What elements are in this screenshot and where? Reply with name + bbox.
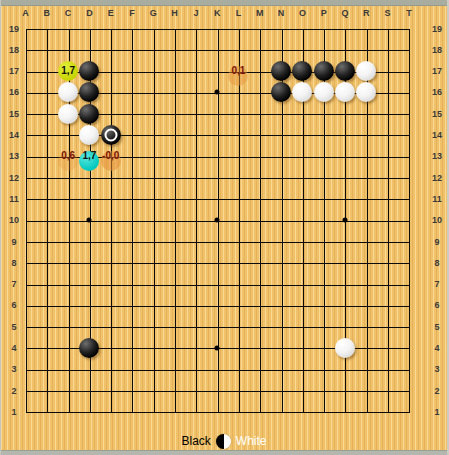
intersection-H2[interactable]: [164, 380, 185, 401]
intersection-D4[interactable]: [79, 337, 100, 358]
intersection-R10[interactable]: [356, 210, 377, 231]
intersection-R2[interactable]: [356, 380, 377, 401]
intersection-T5[interactable]: [398, 316, 419, 337]
intersection-G2[interactable]: [143, 380, 164, 401]
intersection-T1[interactable]: [398, 401, 419, 422]
intersection-Q6[interactable]: [334, 295, 355, 316]
intersection-J14[interactable]: [185, 124, 206, 145]
intersection-Q17[interactable]: [334, 60, 355, 81]
intersection-S16[interactable]: [377, 82, 398, 103]
intersection-L11[interactable]: [228, 188, 249, 209]
intersection-F7[interactable]: [121, 273, 142, 294]
intersection-O1[interactable]: [292, 401, 313, 422]
intersection-K7[interactable]: [207, 273, 228, 294]
intersection-D14[interactable]: [79, 124, 100, 145]
intersection-C11[interactable]: [57, 188, 78, 209]
intersection-P9[interactable]: [313, 231, 334, 252]
intersection-F3[interactable]: [121, 359, 142, 380]
intersection-B10[interactable]: [36, 210, 57, 231]
intersection-D17[interactable]: [79, 60, 100, 81]
intersection-N18[interactable]: [270, 39, 291, 60]
intersection-P6[interactable]: [313, 295, 334, 316]
intersection-T3[interactable]: [398, 359, 419, 380]
intersection-N2[interactable]: [270, 380, 291, 401]
intersection-N5[interactable]: [270, 316, 291, 337]
intersection-P19[interactable]: [313, 18, 334, 39]
intersection-H8[interactable]: [164, 252, 185, 273]
intersection-R8[interactable]: [356, 252, 377, 273]
intersection-R5[interactable]: [356, 316, 377, 337]
intersection-S4[interactable]: [377, 337, 398, 358]
intersection-M5[interactable]: [249, 316, 270, 337]
intersection-F13[interactable]: [121, 146, 142, 167]
intersection-J17[interactable]: [185, 60, 206, 81]
intersection-H12[interactable]: [164, 167, 185, 188]
intersection-L13[interactable]: [228, 146, 249, 167]
intersection-S9[interactable]: [377, 231, 398, 252]
intersection-R7[interactable]: [356, 273, 377, 294]
intersection-Q4[interactable]: [334, 337, 355, 358]
intersection-O3[interactable]: [292, 359, 313, 380]
intersection-C1[interactable]: [57, 401, 78, 422]
intersection-M16[interactable]: [249, 82, 270, 103]
intersection-G7[interactable]: [143, 273, 164, 294]
intersection-J10[interactable]: [185, 210, 206, 231]
intersection-S18[interactable]: [377, 39, 398, 60]
intersection-G8[interactable]: [143, 252, 164, 273]
intersection-S17[interactable]: [377, 60, 398, 81]
intersection-G11[interactable]: [143, 188, 164, 209]
intersection-E5[interactable]: [100, 316, 121, 337]
intersection-J2[interactable]: [185, 380, 206, 401]
intersection-Q12[interactable]: [334, 167, 355, 188]
intersection-O5[interactable]: [292, 316, 313, 337]
intersection-K4[interactable]: [207, 337, 228, 358]
intersection-B1[interactable]: [36, 401, 57, 422]
intersection-B3[interactable]: [36, 359, 57, 380]
intersection-N17[interactable]: [270, 60, 291, 81]
intersection-O15[interactable]: [292, 103, 313, 124]
intersection-R11[interactable]: [356, 188, 377, 209]
intersection-A6[interactable]: [15, 295, 36, 316]
intersection-C2[interactable]: [57, 380, 78, 401]
intersection-O10[interactable]: [292, 210, 313, 231]
intersection-T19[interactable]: [398, 18, 419, 39]
intersection-Q2[interactable]: [334, 380, 355, 401]
intersection-E19[interactable]: [100, 18, 121, 39]
intersection-O18[interactable]: [292, 39, 313, 60]
intersection-D6[interactable]: [79, 295, 100, 316]
intersection-Q14[interactable]: [334, 124, 355, 145]
intersection-O8[interactable]: [292, 252, 313, 273]
intersection-P17[interactable]: [313, 60, 334, 81]
intersection-T8[interactable]: [398, 252, 419, 273]
intersection-K1[interactable]: [207, 401, 228, 422]
intersection-T13[interactable]: [398, 146, 419, 167]
intersection-L3[interactable]: [228, 359, 249, 380]
intersection-M3[interactable]: [249, 359, 270, 380]
intersection-S5[interactable]: [377, 316, 398, 337]
intersection-G4[interactable]: [143, 337, 164, 358]
intersection-D18[interactable]: [79, 39, 100, 60]
intersection-P1[interactable]: [313, 401, 334, 422]
intersection-F2[interactable]: [121, 380, 142, 401]
intersection-F6[interactable]: [121, 295, 142, 316]
intersection-L12[interactable]: [228, 167, 249, 188]
intersection-B7[interactable]: [36, 273, 57, 294]
intersection-C14[interactable]: [57, 124, 78, 145]
intersection-R17[interactable]: [356, 60, 377, 81]
intersection-K12[interactable]: [207, 167, 228, 188]
intersection-K15[interactable]: [207, 103, 228, 124]
intersection-M9[interactable]: [249, 231, 270, 252]
intersection-J6[interactable]: [185, 295, 206, 316]
intersection-S14[interactable]: [377, 124, 398, 145]
intersection-A19[interactable]: [15, 18, 36, 39]
intersection-Q3[interactable]: [334, 359, 355, 380]
intersection-Q1[interactable]: [334, 401, 355, 422]
intersection-O16[interactable]: [292, 82, 313, 103]
intersection-S11[interactable]: [377, 188, 398, 209]
intersection-A4[interactable]: [15, 337, 36, 358]
intersection-E11[interactable]: [100, 188, 121, 209]
intersection-K19[interactable]: [207, 18, 228, 39]
intersection-E14[interactable]: [100, 124, 121, 145]
intersection-G17[interactable]: [143, 60, 164, 81]
intersection-G10[interactable]: [143, 210, 164, 231]
intersection-Q11[interactable]: [334, 188, 355, 209]
intersection-B19[interactable]: [36, 18, 57, 39]
intersection-K6[interactable]: [207, 295, 228, 316]
intersection-T9[interactable]: [398, 231, 419, 252]
intersection-C9[interactable]: [57, 231, 78, 252]
intersection-P5[interactable]: [313, 316, 334, 337]
intersection-C3[interactable]: [57, 359, 78, 380]
intersection-S10[interactable]: [377, 210, 398, 231]
intersection-L2[interactable]: [228, 380, 249, 401]
intersection-P14[interactable]: [313, 124, 334, 145]
intersection-M8[interactable]: [249, 252, 270, 273]
intersection-F19[interactable]: [121, 18, 142, 39]
intersection-O19[interactable]: [292, 18, 313, 39]
intersection-C17[interactable]: 1,7: [57, 60, 78, 81]
intersection-K8[interactable]: [207, 252, 228, 273]
intersection-M15[interactable]: [249, 103, 270, 124]
intersection-H5[interactable]: [164, 316, 185, 337]
intersection-D1[interactable]: [79, 401, 100, 422]
intersection-F8[interactable]: [121, 252, 142, 273]
intersection-Q9[interactable]: [334, 231, 355, 252]
intersection-N19[interactable]: [270, 18, 291, 39]
intersection-R13[interactable]: [356, 146, 377, 167]
intersection-K3[interactable]: [207, 359, 228, 380]
intersection-L1[interactable]: [228, 401, 249, 422]
intersection-K9[interactable]: [207, 231, 228, 252]
intersection-R19[interactable]: [356, 18, 377, 39]
intersection-E18[interactable]: [100, 39, 121, 60]
intersection-H14[interactable]: [164, 124, 185, 145]
intersection-A12[interactable]: [15, 167, 36, 188]
intersection-C7[interactable]: [57, 273, 78, 294]
intersection-S8[interactable]: [377, 252, 398, 273]
intersection-J19[interactable]: [185, 18, 206, 39]
intersection-A18[interactable]: [15, 39, 36, 60]
intersection-M11[interactable]: [249, 188, 270, 209]
intersection-J18[interactable]: [185, 39, 206, 60]
intersection-K13[interactable]: [207, 146, 228, 167]
intersection-N14[interactable]: [270, 124, 291, 145]
intersection-T7[interactable]: [398, 273, 419, 294]
intersection-K11[interactable]: [207, 188, 228, 209]
intersection-R4[interactable]: [356, 337, 377, 358]
intersection-Q8[interactable]: [334, 252, 355, 273]
intersection-O6[interactable]: [292, 295, 313, 316]
intersection-D7[interactable]: [79, 273, 100, 294]
intersection-A16[interactable]: [15, 82, 36, 103]
intersection-P16[interactable]: [313, 82, 334, 103]
intersection-B13[interactable]: [36, 146, 57, 167]
intersection-M19[interactable]: [249, 18, 270, 39]
intersection-J12[interactable]: [185, 167, 206, 188]
intersection-M12[interactable]: [249, 167, 270, 188]
intersection-T18[interactable]: [398, 39, 419, 60]
intersection-S12[interactable]: [377, 167, 398, 188]
intersection-Q19[interactable]: [334, 18, 355, 39]
intersection-D2[interactable]: [79, 380, 100, 401]
intersection-T17[interactable]: [398, 60, 419, 81]
intersection-B16[interactable]: [36, 82, 57, 103]
intersection-F1[interactable]: [121, 401, 142, 422]
intersection-L8[interactable]: [228, 252, 249, 273]
intersection-E15[interactable]: [100, 103, 121, 124]
intersection-F18[interactable]: [121, 39, 142, 60]
intersection-H15[interactable]: [164, 103, 185, 124]
intersection-M6[interactable]: [249, 295, 270, 316]
intersection-D5[interactable]: [79, 316, 100, 337]
intersection-R14[interactable]: [356, 124, 377, 145]
intersection-C5[interactable]: [57, 316, 78, 337]
intersection-B15[interactable]: [36, 103, 57, 124]
intersection-H18[interactable]: [164, 39, 185, 60]
intersection-A2[interactable]: [15, 380, 36, 401]
intersection-E10[interactable]: [100, 210, 121, 231]
intersection-H3[interactable]: [164, 359, 185, 380]
intersection-M14[interactable]: [249, 124, 270, 145]
intersection-H1[interactable]: [164, 401, 185, 422]
intersection-B9[interactable]: [36, 231, 57, 252]
intersection-N9[interactable]: [270, 231, 291, 252]
intersection-G3[interactable]: [143, 359, 164, 380]
intersection-P15[interactable]: [313, 103, 334, 124]
intersection-F4[interactable]: [121, 337, 142, 358]
intersection-A1[interactable]: [15, 401, 36, 422]
intersection-R16[interactable]: [356, 82, 377, 103]
intersection-O12[interactable]: [292, 167, 313, 188]
intersection-M1[interactable]: [249, 401, 270, 422]
intersection-H10[interactable]: [164, 210, 185, 231]
intersection-P12[interactable]: [313, 167, 334, 188]
intersection-Q18[interactable]: [334, 39, 355, 60]
intersection-J1[interactable]: [185, 401, 206, 422]
intersection-L7[interactable]: [228, 273, 249, 294]
intersection-C10[interactable]: [57, 210, 78, 231]
intersection-S6[interactable]: [377, 295, 398, 316]
intersection-D11[interactable]: [79, 188, 100, 209]
intersection-H9[interactable]: [164, 231, 185, 252]
intersection-Q13[interactable]: [334, 146, 355, 167]
intersection-K10[interactable]: [207, 210, 228, 231]
intersection-N10[interactable]: [270, 210, 291, 231]
intersection-H17[interactable]: [164, 60, 185, 81]
intersection-N4[interactable]: [270, 337, 291, 358]
intersection-T12[interactable]: [398, 167, 419, 188]
intersection-O2[interactable]: [292, 380, 313, 401]
intersection-O9[interactable]: [292, 231, 313, 252]
intersection-J11[interactable]: [185, 188, 206, 209]
intersection-R9[interactable]: [356, 231, 377, 252]
intersection-G9[interactable]: [143, 231, 164, 252]
intersection-J5[interactable]: [185, 316, 206, 337]
intersection-G15[interactable]: [143, 103, 164, 124]
intersection-N12[interactable]: [270, 167, 291, 188]
intersection-J7[interactable]: [185, 273, 206, 294]
intersection-F9[interactable]: [121, 231, 142, 252]
intersection-G14[interactable]: [143, 124, 164, 145]
intersection-E17[interactable]: [100, 60, 121, 81]
intersection-D19[interactable]: [79, 18, 100, 39]
intersection-J3[interactable]: [185, 359, 206, 380]
intersection-K14[interactable]: [207, 124, 228, 145]
intersection-L10[interactable]: [228, 210, 249, 231]
intersection-D3[interactable]: [79, 359, 100, 380]
intersection-L17[interactable]: 0,1: [228, 60, 249, 81]
intersection-C18[interactable]: [57, 39, 78, 60]
intersection-B17[interactable]: [36, 60, 57, 81]
intersection-D13[interactable]: 1,7: [79, 146, 100, 167]
intersection-Q15[interactable]: [334, 103, 355, 124]
intersection-B5[interactable]: [36, 316, 57, 337]
intersection-R12[interactable]: [356, 167, 377, 188]
intersection-R1[interactable]: [356, 401, 377, 422]
intersection-G12[interactable]: [143, 167, 164, 188]
intersection-B8[interactable]: [36, 252, 57, 273]
intersection-J13[interactable]: [185, 146, 206, 167]
intersection-O7[interactable]: [292, 273, 313, 294]
intersection-D9[interactable]: [79, 231, 100, 252]
intersection-O4[interactable]: [292, 337, 313, 358]
intersection-F14[interactable]: [121, 124, 142, 145]
intersection-B18[interactable]: [36, 39, 57, 60]
intersection-A10[interactable]: [15, 210, 36, 231]
intersection-J4[interactable]: [185, 337, 206, 358]
intersection-P11[interactable]: [313, 188, 334, 209]
intersection-P8[interactable]: [313, 252, 334, 273]
intersection-S7[interactable]: [377, 273, 398, 294]
intersection-E13[interactable]: -0,0: [100, 146, 121, 167]
intersection-H16[interactable]: [164, 82, 185, 103]
intersection-E7[interactable]: [100, 273, 121, 294]
intersection-S3[interactable]: [377, 359, 398, 380]
intersection-A3[interactable]: [15, 359, 36, 380]
intersection-T14[interactable]: [398, 124, 419, 145]
intersection-T11[interactable]: [398, 188, 419, 209]
intersection-O13[interactable]: [292, 146, 313, 167]
intersection-R6[interactable]: [356, 295, 377, 316]
intersection-F5[interactable]: [121, 316, 142, 337]
intersection-C8[interactable]: [57, 252, 78, 273]
intersection-B12[interactable]: [36, 167, 57, 188]
intersection-J9[interactable]: [185, 231, 206, 252]
intersection-J8[interactable]: [185, 252, 206, 273]
intersection-E1[interactable]: [100, 401, 121, 422]
intersection-O17[interactable]: [292, 60, 313, 81]
intersection-E9[interactable]: [100, 231, 121, 252]
intersection-P3[interactable]: [313, 359, 334, 380]
intersection-N11[interactable]: [270, 188, 291, 209]
intersection-N16[interactable]: [270, 82, 291, 103]
intersection-A14[interactable]: [15, 124, 36, 145]
intersection-E3[interactable]: [100, 359, 121, 380]
intersection-L19[interactable]: [228, 18, 249, 39]
intersection-P18[interactable]: [313, 39, 334, 60]
intersection-H7[interactable]: [164, 273, 185, 294]
intersection-H13[interactable]: [164, 146, 185, 167]
intersection-E2[interactable]: [100, 380, 121, 401]
intersection-H11[interactable]: [164, 188, 185, 209]
intersection-Q7[interactable]: [334, 273, 355, 294]
intersection-N1[interactable]: [270, 401, 291, 422]
intersection-B14[interactable]: [36, 124, 57, 145]
intersection-A17[interactable]: [15, 60, 36, 81]
intersection-T2[interactable]: [398, 380, 419, 401]
intersection-F12[interactable]: [121, 167, 142, 188]
intersection-D10[interactable]: [79, 210, 100, 231]
intersection-L5[interactable]: [228, 316, 249, 337]
intersection-E8[interactable]: [100, 252, 121, 273]
intersection-A7[interactable]: [15, 273, 36, 294]
intersection-H4[interactable]: [164, 337, 185, 358]
intersection-Q10[interactable]: [334, 210, 355, 231]
intersection-M4[interactable]: [249, 337, 270, 358]
intersection-T4[interactable]: [398, 337, 419, 358]
intersection-M13[interactable]: [249, 146, 270, 167]
intersection-L6[interactable]: [228, 295, 249, 316]
intersection-G13[interactable]: [143, 146, 164, 167]
intersection-F10[interactable]: [121, 210, 142, 231]
intersection-O14[interactable]: [292, 124, 313, 145]
intersection-A9[interactable]: [15, 231, 36, 252]
intersection-G19[interactable]: [143, 18, 164, 39]
intersection-R3[interactable]: [356, 359, 377, 380]
intersection-C15[interactable]: [57, 103, 78, 124]
intersection-P13[interactable]: [313, 146, 334, 167]
intersection-M7[interactable]: [249, 273, 270, 294]
intersection-D15[interactable]: [79, 103, 100, 124]
intersection-B6[interactable]: [36, 295, 57, 316]
intersection-N3[interactable]: [270, 359, 291, 380]
intersection-P7[interactable]: [313, 273, 334, 294]
intersection-A15[interactable]: [15, 103, 36, 124]
intersection-C4[interactable]: [57, 337, 78, 358]
intersection-K2[interactable]: [207, 380, 228, 401]
intersection-L14[interactable]: [228, 124, 249, 145]
intersection-M10[interactable]: [249, 210, 270, 231]
intersection-N8[interactable]: [270, 252, 291, 273]
intersection-O11[interactable]: [292, 188, 313, 209]
intersection-S1[interactable]: [377, 401, 398, 422]
intersection-G16[interactable]: [143, 82, 164, 103]
intersection-P10[interactable]: [313, 210, 334, 231]
